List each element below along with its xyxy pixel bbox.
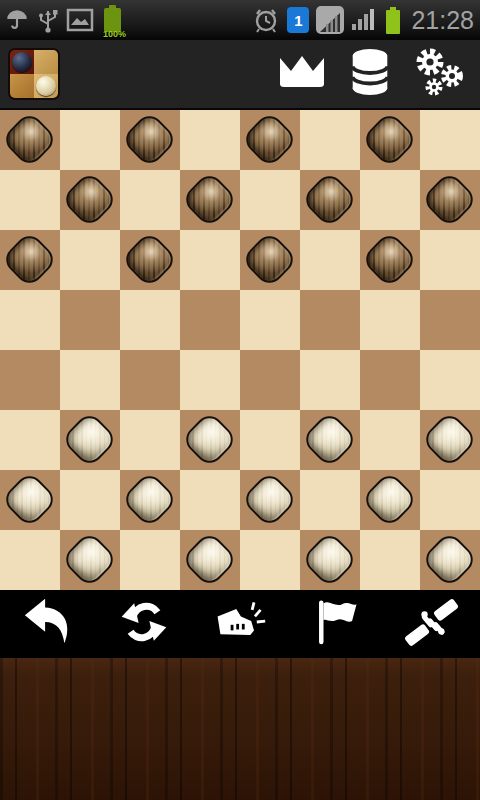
square-r5c7[interactable] [360,350,420,410]
square-r2c8[interactable] [420,170,480,230]
square-r3c6[interactable] [300,230,360,290]
square-r4c4[interactable] [180,290,240,350]
offer-draw-button[interactable] [384,590,480,658]
light-piece[interactable] [1,471,59,529]
square-r4c7[interactable] [360,290,420,350]
app-icon-light-piece [36,76,56,96]
square-r4c5[interactable] [240,290,300,350]
light-piece[interactable] [421,411,479,469]
square-r7c4[interactable] [180,470,240,530]
square-r8c3[interactable] [120,530,180,590]
square-r6c8[interactable] [420,410,480,470]
square-r3c5[interactable] [240,230,300,290]
square-r8c5[interactable] [240,530,300,590]
dark-piece[interactable] [361,231,419,289]
dark-piece[interactable] [1,231,59,289]
battery-icon [384,6,402,34]
signal-box-icon [316,6,344,34]
square-r4c3[interactable] [120,290,180,350]
square-r1c5[interactable] [240,110,300,170]
umbrella-icon [4,7,30,33]
square-r4c8[interactable] [420,290,480,350]
square-r5c4[interactable] [180,350,240,410]
square-r7c6[interactable] [300,470,360,530]
square-r2c2[interactable] [60,170,120,230]
clock-time: 21:28 [411,6,474,35]
square-r8c8[interactable] [420,530,480,590]
square-r3c8[interactable] [420,230,480,290]
battery-percent-label: 100% [103,29,126,39]
square-r6c6[interactable] [300,410,360,470]
wood-background [0,658,480,800]
square-r4c1[interactable] [0,290,60,350]
light-piece[interactable] [241,471,299,529]
square-r1c3[interactable] [120,110,180,170]
board [0,110,480,590]
settings-gears-icon [411,46,465,102]
status-right-icons: 1 21:28 [252,6,476,35]
square-r5c3[interactable] [120,350,180,410]
status-bar: 100% 1 21:28 [0,0,480,40]
square-r6c3[interactable] [120,410,180,470]
dark-piece[interactable] [121,111,179,169]
square-r6c5[interactable] [240,410,300,470]
square-r2c7[interactable] [360,170,420,230]
database-icon [346,46,394,102]
square-r5c2[interactable] [60,350,120,410]
square-r8c7[interactable] [360,530,420,590]
square-r5c5[interactable] [240,350,300,410]
restart-rotate-button[interactable] [96,590,192,658]
light-piece[interactable] [121,471,179,529]
signal-bars-icon [351,6,377,34]
square-r4c6[interactable] [300,290,360,350]
square-r2c4[interactable] [180,170,240,230]
square-r6c7[interactable] [360,410,420,470]
square-r7c7[interactable] [360,470,420,530]
notification-count: 1 [294,12,302,29]
square-r2c6[interactable] [300,170,360,230]
usb-icon [37,6,59,34]
square-r4c2[interactable] [60,290,120,350]
handshake-icon [404,595,460,653]
square-r2c1[interactable] [0,170,60,230]
kick-opponent-button[interactable] [192,590,288,658]
flag-icon [311,595,361,653]
status-left-icons: 100% [4,4,125,36]
square-r7c2[interactable] [60,470,120,530]
refresh-icon [119,595,169,653]
square-r5c8[interactable] [420,350,480,410]
square-r6c2[interactable] [60,410,120,470]
square-r8c6[interactable] [300,530,360,590]
square-r8c4[interactable] [180,530,240,590]
square-r3c4[interactable] [180,230,240,290]
resign-flag-button[interactable] [288,590,384,658]
dark-piece[interactable] [61,171,119,229]
battery-100-icon: 100% [101,4,125,36]
square-r3c2[interactable] [60,230,120,290]
light-piece[interactable] [301,531,359,589]
dark-piece[interactable] [1,111,59,169]
action-bar [0,590,480,658]
square-r7c5[interactable] [240,470,300,530]
app-icon-dark-piece [12,52,32,72]
square-r2c5[interactable] [240,170,300,230]
dark-piece[interactable] [181,171,239,229]
alarm-clock-icon [252,6,280,34]
sim-badge: 1 [287,7,309,33]
gallery-icon [66,6,94,34]
dark-piece[interactable] [121,231,179,289]
crown-icon [276,50,328,98]
square-r3c3[interactable] [120,230,180,290]
checkers-app-icon [10,50,58,98]
light-piece[interactable] [61,411,119,469]
square-r6c1[interactable] [0,410,60,470]
light-piece[interactable] [301,411,359,469]
kick-boot-icon [212,595,268,653]
light-piece[interactable] [181,531,239,589]
dark-piece[interactable] [241,231,299,289]
square-r1c1[interactable] [0,110,60,170]
undo-icon [21,595,75,653]
square-r1c2[interactable] [60,110,120,170]
crown-kings-button[interactable] [268,44,336,104]
square-r3c7[interactable] [360,230,420,290]
square-r3c1[interactable] [0,230,60,290]
light-piece[interactable] [361,471,419,529]
square-r1c6[interactable] [300,110,360,170]
square-r8c2[interactable] [60,530,120,590]
square-r8c1[interactable] [0,530,60,590]
square-r6c4[interactable] [180,410,240,470]
square-r5c1[interactable] [0,350,60,410]
square-r2c3[interactable] [120,170,180,230]
square-r1c8[interactable] [420,110,480,170]
square-r7c1[interactable] [0,470,60,530]
undo-move-button[interactable] [0,590,96,658]
square-r1c7[interactable] [360,110,420,170]
square-r1c4[interactable] [180,110,240,170]
database-saved-games-button[interactable] [336,44,404,104]
light-piece[interactable] [421,531,479,589]
settings-gears-button[interactable] [404,44,472,104]
light-piece[interactable] [61,531,119,589]
dark-piece[interactable] [241,111,299,169]
dark-piece[interactable] [301,171,359,229]
dark-piece[interactable] [421,171,479,229]
app-toolbar [0,40,480,110]
square-r7c3[interactable] [120,470,180,530]
square-r7c8[interactable] [420,470,480,530]
dark-piece[interactable] [361,111,419,169]
light-piece[interactable] [181,411,239,469]
square-r5c6[interactable] [300,350,360,410]
